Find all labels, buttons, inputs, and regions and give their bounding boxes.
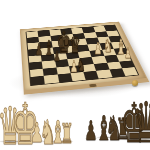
light-pawn: ♟ — [70, 59, 78, 75]
dark-queen: ♛ — [69, 34, 80, 57]
light-rook: ♜ — [60, 120, 73, 147]
light-knight: ♞ — [104, 37, 113, 55]
dark-bishop: ♝ — [44, 38, 54, 58]
dark-queen: ♛ — [132, 95, 150, 150]
dark-knight: ♞ — [77, 57, 85, 74]
chess-set-product-photo: ♟♝♚♛♟♞♟♟♞♝♟♛♚♟♞♝♜♟♝♞♜♚♛ — [0, 0, 150, 150]
light-pawn: ♟ — [94, 41, 102, 57]
dark-pawn: ♟ — [35, 42, 43, 58]
light-pawn: ♟ — [125, 46, 132, 60]
pieces-layer: ♟♝♚♛♟♞♟♟♞♝♟♛♚♟♞♝♜♟♝♞♜♚♛ — [0, 0, 150, 150]
dark-pawn: ♟ — [54, 49, 61, 63]
